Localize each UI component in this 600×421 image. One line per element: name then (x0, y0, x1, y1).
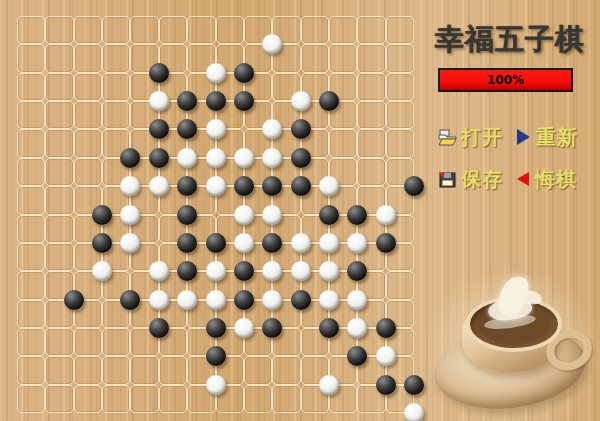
white-stone (319, 375, 339, 395)
open-button[interactable]: 打开 (461, 124, 503, 151)
black-stone (177, 233, 197, 253)
white-stone (234, 205, 254, 225)
black-stone (120, 148, 140, 168)
black-stone (206, 346, 226, 366)
black-stone (291, 119, 311, 139)
white-stone (404, 403, 424, 421)
black-stone (177, 261, 197, 281)
black-stone (206, 233, 226, 253)
black-stone (319, 318, 339, 338)
black-stone (234, 63, 254, 83)
white-stone (291, 261, 311, 281)
black-stone (206, 91, 226, 111)
white-stone (234, 318, 254, 338)
black-stone (149, 148, 169, 168)
black-stone (234, 290, 254, 310)
white-stone (206, 119, 226, 139)
white-stone (347, 290, 367, 310)
white-stone (347, 233, 367, 253)
black-stone (177, 176, 197, 196)
black-stone (92, 233, 112, 253)
black-stone (376, 233, 396, 253)
black-stone (149, 119, 169, 139)
progress-bar: 100% (438, 68, 573, 92)
white-stone (319, 176, 339, 196)
white-stone (206, 63, 226, 83)
white-stone (376, 205, 396, 225)
white-stone (177, 148, 197, 168)
white-stone (234, 148, 254, 168)
white-stone (206, 375, 226, 395)
white-stone (262, 205, 282, 225)
black-stone (404, 176, 424, 196)
black-stone (376, 318, 396, 338)
white-stone (120, 176, 140, 196)
undo-arrow-icon[interactable] (517, 172, 529, 186)
black-stone (319, 91, 339, 111)
black-stone (347, 205, 367, 225)
white-stone (120, 205, 140, 225)
black-stone (177, 91, 197, 111)
gomoku-board[interactable] (0, 0, 430, 421)
black-stone (149, 318, 169, 338)
black-stone (177, 205, 197, 225)
undo-button[interactable]: 悔棋 (535, 166, 577, 193)
black-stone (347, 346, 367, 366)
black-stone (92, 205, 112, 225)
black-stone (347, 261, 367, 281)
black-stone (234, 261, 254, 281)
black-stone (149, 63, 169, 83)
white-stone (149, 290, 169, 310)
black-stone (262, 233, 282, 253)
black-stone (376, 375, 396, 395)
white-stone (262, 119, 282, 139)
black-stone (291, 290, 311, 310)
white-stone (319, 233, 339, 253)
side-panel: 幸福五子棋 100% 打开 重新 保存 悔棋 (428, 0, 600, 421)
white-stone (177, 290, 197, 310)
white-stone (291, 91, 311, 111)
game-window: 幸福五子棋 100% 打开 重新 保存 悔棋 (0, 0, 600, 421)
restart-arrow-icon[interactable] (517, 129, 530, 145)
progress-value: 100% (440, 70, 571, 90)
save-button[interactable]: 保存 (461, 166, 503, 193)
white-stone (92, 261, 112, 281)
black-stone (234, 91, 254, 111)
open-folder-icon[interactable] (438, 128, 457, 147)
app-title: 幸福五子棋 (430, 20, 590, 60)
black-stone (177, 119, 197, 139)
white-stone (262, 148, 282, 168)
white-stone (149, 176, 169, 196)
black-stone (404, 375, 424, 395)
black-stone (206, 318, 226, 338)
white-stone (149, 261, 169, 281)
white-stone (262, 261, 282, 281)
black-stone (262, 318, 282, 338)
black-stone (64, 290, 84, 310)
black-stone (291, 148, 311, 168)
white-stone (319, 290, 339, 310)
restart-button[interactable]: 重新 (536, 124, 578, 151)
white-stone (347, 318, 367, 338)
white-stone (206, 290, 226, 310)
white-stone (206, 148, 226, 168)
stones-layer (17, 16, 415, 414)
black-stone (319, 205, 339, 225)
black-stone (291, 176, 311, 196)
white-stone (319, 261, 339, 281)
white-stone (206, 261, 226, 281)
white-stone (291, 233, 311, 253)
white-stone (262, 290, 282, 310)
black-stone (120, 290, 140, 310)
white-stone (376, 346, 396, 366)
white-stone (206, 176, 226, 196)
black-stone (262, 176, 282, 196)
black-stone (234, 176, 254, 196)
white-stone (120, 233, 140, 253)
white-stone (262, 34, 282, 54)
floppy-disk-icon[interactable] (438, 170, 457, 189)
white-stone (234, 233, 254, 253)
coffee-cup-image (428, 268, 600, 421)
white-stone (149, 91, 169, 111)
